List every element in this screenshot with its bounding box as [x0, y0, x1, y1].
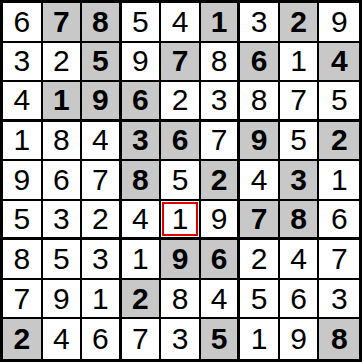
cell-r1c3[interactable]: 8 [82, 3, 122, 43]
cell-r8c6[interactable]: 4 [201, 280, 241, 320]
cell-r3c7[interactable]: 8 [240, 82, 280, 122]
cell-r6c7[interactable]: 7 [240, 201, 280, 241]
cell-r7c2[interactable]: 5 [43, 240, 83, 280]
cell-r5c3[interactable]: 7 [82, 161, 122, 201]
cell-r7c7[interactable]: 2 [240, 240, 280, 280]
cell-r2c1[interactable]: 3 [3, 43, 43, 83]
cell-r4c3[interactable]: 4 [82, 122, 122, 162]
cell-r5c1[interactable]: 9 [3, 161, 43, 201]
cell-r4c1[interactable]: 1 [3, 122, 43, 162]
cell-r6c4[interactable]: 4 [122, 201, 162, 241]
cell-r3c4[interactable]: 6 [122, 82, 162, 122]
cell-r8c7[interactable]: 5 [240, 280, 280, 320]
cell-r2c6[interactable]: 8 [201, 43, 241, 83]
cell-r1c4[interactable]: 5 [122, 3, 162, 43]
cell-r1c9[interactable]: 9 [319, 3, 359, 43]
cell-r9c2[interactable]: 4 [43, 319, 83, 359]
cell-r1c2[interactable]: 7 [43, 3, 83, 43]
cell-r1c5[interactable]: 4 [161, 3, 201, 43]
cell-r8c1[interactable]: 7 [3, 280, 43, 320]
cell-r9c7[interactable]: 1 [240, 319, 280, 359]
cell-r1c7[interactable]: 3 [240, 3, 280, 43]
cell-r7c3[interactable]: 3 [82, 240, 122, 280]
cell-r7c1[interactable]: 8 [3, 240, 43, 280]
cell-r8c8[interactable]: 6 [280, 280, 320, 320]
cell-r7c4[interactable]: 1 [122, 240, 162, 280]
sudoku-board: 6785413293259786144196238751843679529678… [0, 0, 362, 362]
cell-r2c5[interactable]: 7 [161, 43, 201, 83]
cell-r5c2[interactable]: 6 [43, 161, 83, 201]
cell-r3c6[interactable]: 3 [201, 82, 241, 122]
cell-r9c9[interactable]: 8 [319, 319, 359, 359]
cell-r4c2[interactable]: 8 [43, 122, 83, 162]
cell-r7c8[interactable]: 4 [280, 240, 320, 280]
cell-r6c8[interactable]: 8 [280, 201, 320, 241]
cell-r6c9[interactable]: 6 [319, 201, 359, 241]
cell-r9c8[interactable]: 9 [280, 319, 320, 359]
cell-r5c4[interactable]: 8 [122, 161, 162, 201]
cell-r1c8[interactable]: 2 [280, 3, 320, 43]
cell-r4c7[interactable]: 9 [240, 122, 280, 162]
cell-r7c9[interactable]: 7 [319, 240, 359, 280]
cell-r4c8[interactable]: 5 [280, 122, 320, 162]
cell-r3c2[interactable]: 1 [43, 82, 83, 122]
cell-r3c1[interactable]: 4 [3, 82, 43, 122]
cell-r2c7[interactable]: 6 [240, 43, 280, 83]
cell-r4c4[interactable]: 3 [122, 122, 162, 162]
cell-r7c5[interactable]: 9 [161, 240, 201, 280]
cell-r6c6[interactable]: 9 [201, 201, 241, 241]
cell-r6c3[interactable]: 2 [82, 201, 122, 241]
cell-r7c6[interactable]: 6 [201, 240, 241, 280]
cell-r4c5[interactable]: 6 [161, 122, 201, 162]
cell-r6c5[interactable]: 1 [161, 201, 201, 241]
cell-r2c8[interactable]: 1 [280, 43, 320, 83]
cell-r9c3[interactable]: 6 [82, 319, 122, 359]
cell-r6c2[interactable]: 3 [43, 201, 83, 241]
cell-r2c2[interactable]: 2 [43, 43, 83, 83]
cell-r9c6[interactable]: 5 [201, 319, 241, 359]
cell-r5c5[interactable]: 5 [161, 161, 201, 201]
cell-r8c2[interactable]: 9 [43, 280, 83, 320]
cell-r5c8[interactable]: 3 [280, 161, 320, 201]
cell-r9c5[interactable]: 3 [161, 319, 201, 359]
cell-r3c5[interactable]: 2 [161, 82, 201, 122]
cell-r4c9[interactable]: 2 [319, 122, 359, 162]
cell-r8c9[interactable]: 3 [319, 280, 359, 320]
cell-r2c3[interactable]: 5 [82, 43, 122, 83]
cell-r9c4[interactable]: 7 [122, 319, 162, 359]
cell-r6c1[interactable]: 5 [3, 201, 43, 241]
cell-r2c4[interactable]: 9 [122, 43, 162, 83]
cell-r5c7[interactable]: 4 [240, 161, 280, 201]
cell-r2c9[interactable]: 4 [319, 43, 359, 83]
cell-r5c9[interactable]: 1 [319, 161, 359, 201]
cell-r3c9[interactable]: 5 [319, 82, 359, 122]
cell-r9c1[interactable]: 2 [3, 319, 43, 359]
cell-r3c8[interactable]: 7 [280, 82, 320, 122]
cell-r5c6[interactable]: 2 [201, 161, 241, 201]
cell-r3c3[interactable]: 9 [82, 82, 122, 122]
cell-r1c1[interactable]: 6 [3, 3, 43, 43]
cell-r8c4[interactable]: 2 [122, 280, 162, 320]
cell-r8c5[interactable]: 8 [161, 280, 201, 320]
cell-r1c6[interactable]: 1 [201, 3, 241, 43]
cell-r4c6[interactable]: 7 [201, 122, 241, 162]
cell-r8c3[interactable]: 1 [82, 280, 122, 320]
